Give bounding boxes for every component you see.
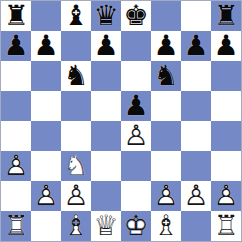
piece-white-pawn: ♟♙ <box>31 181 61 211</box>
piece-black-pawn: ♟ <box>151 31 181 61</box>
piece-white-bishop: ♝♗ <box>61 211 91 241</box>
chess-app: ♜♝♛♚♜♟♟♟♟♟♟♞♞♟♟♙♟♙♞♘♟♙♟♙♟♙♟♙♟♙♜♖♝♗♛♕♚♔♝♗… <box>0 0 242 242</box>
piece-black-pawn: ♟ <box>31 31 61 61</box>
piece-black-knight: ♞ <box>151 61 181 91</box>
square-d4[interactable] <box>91 121 121 151</box>
piece-black-knight: ♞ <box>61 61 91 91</box>
square-a2[interactable] <box>1 181 31 211</box>
square-a7[interactable]: ♟ <box>1 31 31 61</box>
square-h5[interactable] <box>211 91 241 121</box>
square-h1[interactable]: ♜♖ <box>211 211 241 241</box>
square-h8[interactable]: ♜ <box>211 1 241 31</box>
square-e6[interactable] <box>121 61 151 91</box>
square-c3[interactable]: ♞♘ <box>61 151 91 181</box>
square-d2[interactable] <box>91 181 121 211</box>
square-b2[interactable]: ♟♙ <box>31 181 61 211</box>
piece-white-rook: ♜♖ <box>1 211 31 241</box>
piece-black-pawn: ♟ <box>1 31 31 61</box>
piece-white-rook: ♜♖ <box>211 211 241 241</box>
square-f8[interactable] <box>151 1 181 31</box>
square-g7[interactable]: ♟ <box>181 31 211 61</box>
square-b7[interactable]: ♟ <box>31 31 61 61</box>
square-f5[interactable] <box>151 91 181 121</box>
piece-black-pawn: ♟ <box>91 31 121 61</box>
piece-black-rook: ♜ <box>1 1 31 31</box>
square-c1[interactable]: ♝♗ <box>61 211 91 241</box>
square-c2[interactable]: ♟♙ <box>61 181 91 211</box>
square-e2[interactable] <box>121 181 151 211</box>
square-d1[interactable]: ♛♕ <box>91 211 121 241</box>
square-c6[interactable]: ♞ <box>61 61 91 91</box>
piece-black-pawn: ♟ <box>211 31 241 61</box>
piece-white-queen: ♛♕ <box>91 211 121 241</box>
square-e8[interactable]: ♚ <box>121 1 151 31</box>
square-b1[interactable] <box>31 211 61 241</box>
square-g5[interactable] <box>181 91 211 121</box>
square-d3[interactable] <box>91 151 121 181</box>
square-e5[interactable]: ♟ <box>121 91 151 121</box>
piece-white-king: ♚♔ <box>121 211 151 241</box>
square-b3[interactable] <box>31 151 61 181</box>
square-b5[interactable] <box>31 91 61 121</box>
square-f2[interactable]: ♟♙ <box>151 181 181 211</box>
square-a4[interactable] <box>1 121 31 151</box>
square-c7[interactable] <box>61 31 91 61</box>
square-f6[interactable]: ♞ <box>151 61 181 91</box>
square-h3[interactable] <box>211 151 241 181</box>
square-g3[interactable] <box>181 151 211 181</box>
square-a6[interactable] <box>1 61 31 91</box>
chess-board: ♜♝♛♚♜♟♟♟♟♟♟♞♞♟♟♙♟♙♞♘♟♙♟♙♟♙♟♙♟♙♜♖♝♗♛♕♚♔♝♗… <box>0 0 242 242</box>
square-f4[interactable] <box>151 121 181 151</box>
piece-white-pawn: ♟♙ <box>181 181 211 211</box>
piece-white-pawn: ♟♙ <box>121 121 151 151</box>
square-f1[interactable]: ♝♗ <box>151 211 181 241</box>
piece-black-bishop: ♝ <box>61 1 91 31</box>
square-h7[interactable]: ♟ <box>211 31 241 61</box>
square-g8[interactable] <box>181 1 211 31</box>
piece-black-king: ♚ <box>121 1 151 31</box>
piece-white-pawn: ♟♙ <box>211 181 241 211</box>
piece-black-queen: ♛ <box>91 1 121 31</box>
piece-white-knight: ♞♘ <box>61 151 91 181</box>
square-h4[interactable] <box>211 121 241 151</box>
square-h2[interactable]: ♟♙ <box>211 181 241 211</box>
square-g1[interactable] <box>181 211 211 241</box>
square-b8[interactable] <box>31 1 61 31</box>
square-f3[interactable] <box>151 151 181 181</box>
piece-white-pawn: ♟♙ <box>61 181 91 211</box>
square-c5[interactable] <box>61 91 91 121</box>
square-e7[interactable] <box>121 31 151 61</box>
square-a1[interactable]: ♜♖ <box>1 211 31 241</box>
square-c8[interactable]: ♝ <box>61 1 91 31</box>
square-d6[interactable] <box>91 61 121 91</box>
square-e3[interactable] <box>121 151 151 181</box>
square-f7[interactable]: ♟ <box>151 31 181 61</box>
square-d7[interactable]: ♟ <box>91 31 121 61</box>
square-c4[interactable] <box>61 121 91 151</box>
piece-black-rook: ♜ <box>211 1 241 31</box>
piece-white-pawn: ♟♙ <box>151 181 181 211</box>
square-d5[interactable] <box>91 91 121 121</box>
piece-white-pawn: ♟♙ <box>1 151 31 181</box>
piece-white-bishop: ♝♗ <box>151 211 181 241</box>
piece-black-pawn: ♟ <box>181 31 211 61</box>
square-d8[interactable]: ♛ <box>91 1 121 31</box>
square-a5[interactable] <box>1 91 31 121</box>
piece-black-pawn: ♟ <box>121 91 151 121</box>
square-e4[interactable]: ♟♙ <box>121 121 151 151</box>
square-g2[interactable]: ♟♙ <box>181 181 211 211</box>
square-h6[interactable] <box>211 61 241 91</box>
square-g6[interactable] <box>181 61 211 91</box>
square-a8[interactable]: ♜ <box>1 1 31 31</box>
square-b4[interactable] <box>31 121 61 151</box>
square-a3[interactable]: ♟♙ <box>1 151 31 181</box>
square-g4[interactable] <box>181 121 211 151</box>
square-b6[interactable] <box>31 61 61 91</box>
square-e1[interactable]: ♚♔ <box>121 211 151 241</box>
